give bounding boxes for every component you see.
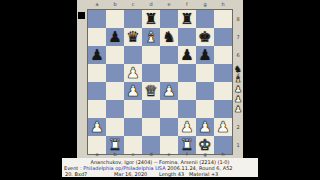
square-b5 [106,64,124,82]
captured-black-knight-0: ♞ [232,64,244,74]
square-f2: ♟ [178,118,196,136]
rank-label-1: 1 [234,136,242,154]
file-label-c: c [124,1,142,8]
rank-label-2: 2 [234,118,242,136]
square-d2 [142,118,160,136]
square-g5 [196,64,214,82]
white-pawn-h2: ♟ [214,118,232,136]
square-h8 [214,10,232,28]
game-meta-line: 20. Bxd7 Mar 16, 2020 Length 43 Material… [62,171,258,177]
square-b2 [106,118,124,136]
captured-white-pawn-3: ♟ [232,94,244,104]
white-pawn-a2: ♟ [88,118,106,136]
rank-label-8: 8 [234,10,242,28]
rank-label-7: 7 [234,28,242,46]
square-e2 [160,118,178,136]
square-f5 [178,64,196,82]
file-label-a: a [88,1,106,8]
square-a5 [88,64,106,82]
square-d6 [142,46,160,64]
square-c8 [124,10,142,28]
file-label-b: b [106,1,124,8]
chess-board: ♜♜♟♛♝♞♚♟♟♟♟♟♛♟♟♟♟♟♜♜♚ [88,10,232,154]
square-f7 [178,28,196,46]
file-label-e: e [160,151,178,158]
square-a2: ♟ [88,118,106,136]
file-label-e: e [160,1,178,8]
file-labels-bottom: abcdefgh [88,151,232,158]
square-g8 [196,10,214,28]
square-c7: ♛ [124,28,142,46]
square-d8: ♜ [142,10,160,28]
file-label-d: d [142,1,160,8]
black-knight-e7: ♞ [160,28,178,46]
square-g2: ♟ [196,118,214,136]
square-e6 [160,46,178,64]
square-f3 [178,100,196,118]
file-label-c: c [124,151,142,158]
square-c6 [124,46,142,64]
file-label-h: h [214,151,232,158]
square-h5 [214,64,232,82]
square-c3 [124,100,142,118]
square-a8 [88,10,106,28]
black-king-g7: ♚ [196,28,214,46]
white-pawn-g2: ♟ [196,118,214,136]
white-pawn-c5: ♟ [124,64,142,82]
black-to-move-indicator [78,12,85,19]
square-c2 [124,118,142,136]
black-pawn-b7: ♟ [106,28,124,46]
square-h3 [214,100,232,118]
square-g4 [196,82,214,100]
square-h4 [214,82,232,100]
square-g7: ♚ [196,28,214,46]
square-c5: ♟ [124,64,142,82]
square-e7: ♞ [160,28,178,46]
game-date: Mar 16, 2020 [114,171,147,177]
square-d3 [142,100,160,118]
square-b7: ♟ [106,28,124,46]
file-label-h: h [214,1,232,8]
square-d5 [142,64,160,82]
black-rook-d8: ♜ [142,10,160,28]
white-queen-d4: ♛ [142,82,160,100]
white-bishop-d7: ♝ [142,28,160,46]
chess-diagram: abcdefgh ♜♜♟♛♝♞♚♟♟♟♟♟♛♟♟♟♟♟♜♜♚ 87654321 … [77,0,243,158]
file-labels-top: abcdefgh [88,1,232,8]
last-move: 20. Bxd7 [65,171,87,177]
black-pawn-g6: ♟ [196,46,214,64]
black-pawn-f6: ♟ [178,46,196,64]
square-h6 [214,46,232,64]
square-c4: ♟ [124,82,142,100]
square-d7: ♝ [142,28,160,46]
square-e3 [160,100,178,118]
game-length: Length 43 [159,171,184,177]
square-f4 [178,82,196,100]
file-label-f: f [178,1,196,8]
white-pawn-c4: ♟ [124,82,142,100]
captured-white-pawn-2: ♟ [232,84,244,94]
black-rook-f8: ♜ [178,10,196,28]
white-pawn-f2: ♟ [178,118,196,136]
captured-white-pawn-4: ♟ [232,104,244,114]
square-f6: ♟ [178,46,196,64]
square-a3 [88,100,106,118]
square-e8 [160,10,178,28]
square-f8: ♜ [178,10,196,28]
file-label-d: d [142,151,160,158]
square-d4: ♛ [142,82,160,100]
file-label-b: b [106,151,124,158]
square-h7 [214,28,232,46]
caption-panel: Ananchukov, Igor (2404) -- Fomina, Arsen… [62,158,258,177]
square-b3 [106,100,124,118]
square-b6 [106,46,124,64]
square-e5 [160,64,178,82]
square-a7 [88,28,106,46]
square-g6: ♟ [196,46,214,64]
file-label-a: a [88,151,106,158]
black-pawn-a6: ♟ [88,46,106,64]
square-b8 [106,10,124,28]
square-g3 [196,100,214,118]
file-label-g: g [196,151,214,158]
square-h2: ♟ [214,118,232,136]
white-pawn-e4: ♟ [160,82,178,100]
square-e4: ♟ [160,82,178,100]
captured-white-bishop-1: ♝ [232,74,244,84]
material-balance: Material +3 [189,171,218,177]
rank-label-6: 6 [234,46,242,64]
file-label-f: f [178,151,196,158]
black-queen-c7: ♛ [124,28,142,46]
square-a4 [88,82,106,100]
square-b4 [106,82,124,100]
file-label-g: g [196,1,214,8]
captured-material-tray: ♞♝♟♟♟ [231,64,245,114]
square-a6: ♟ [88,46,106,64]
